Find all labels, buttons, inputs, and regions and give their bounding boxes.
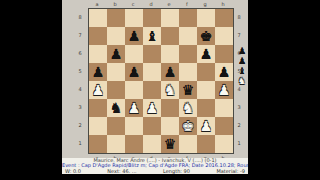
- file-label-b: b: [106, 1, 124, 7]
- file-label-h: h: [214, 1, 232, 7]
- square-c3[interactable]: ♟: [125, 99, 143, 117]
- square-d3[interactable]: ♟: [143, 99, 161, 117]
- length-value: Length: 90: [163, 169, 190, 174]
- square-f2[interactable]: ♚: [179, 117, 197, 135]
- square-b1[interactable]: [107, 135, 125, 153]
- square-g8[interactable]: [197, 9, 215, 27]
- square-e1[interactable]: ♛: [161, 135, 179, 153]
- square-h5[interactable]: ♟: [215, 63, 233, 81]
- square-c6[interactable]: [125, 45, 143, 63]
- square-g2[interactable]: ♟: [197, 117, 215, 135]
- rank-label-3: 3: [76, 104, 84, 110]
- square-g3[interactable]: [197, 99, 215, 117]
- white-knight-e4[interactable]: ♞: [161, 81, 179, 99]
- square-c5[interactable]: ♟: [125, 63, 143, 81]
- square-d7[interactable]: ♝: [143, 27, 161, 45]
- rank-label-3: 3: [235, 104, 243, 110]
- black-pawn-h5[interactable]: ♟: [215, 63, 233, 81]
- white-pawn-d3[interactable]: ♟: [143, 99, 161, 117]
- black-queen-e1[interactable]: ♛: [161, 135, 179, 153]
- material-value: Material: -9: [216, 169, 245, 174]
- square-a8[interactable]: [89, 9, 107, 27]
- square-h4[interactable]: ♟: [215, 81, 233, 99]
- tray-white-knight: ♞: [236, 76, 248, 86]
- square-a3[interactable]: [89, 99, 107, 117]
- chess-board[interactable]: ♟♝♚♟♟♟♟♟♟♟♞♛♟♞♟♟♞♚♟♛: [88, 8, 234, 154]
- rank-label-7: 7: [76, 32, 84, 38]
- square-f7[interactable]: [179, 27, 197, 45]
- square-d6[interactable]: [143, 45, 161, 63]
- square-c4[interactable]: [125, 81, 143, 99]
- square-e6[interactable]: [161, 45, 179, 63]
- square-a5[interactable]: ♟: [89, 63, 107, 81]
- square-d1[interactable]: [143, 135, 161, 153]
- black-pawn-a5[interactable]: ♟: [89, 63, 107, 81]
- square-g5[interactable]: [197, 63, 215, 81]
- next-move-value: Next: 46. ...: [107, 169, 136, 174]
- square-c7[interactable]: ♟: [125, 27, 143, 45]
- square-e3[interactable]: [161, 99, 179, 117]
- white-knight-f3[interactable]: ♞: [179, 99, 197, 117]
- rank-label-1: 1: [235, 140, 243, 146]
- black-pawn-c5[interactable]: ♟: [125, 63, 143, 81]
- square-d2[interactable]: [143, 117, 161, 135]
- square-g4[interactable]: [197, 81, 215, 99]
- square-d4[interactable]: [143, 81, 161, 99]
- square-b7[interactable]: [107, 27, 125, 45]
- square-c1[interactable]: [125, 135, 143, 153]
- game-info-panel: Maurice, Marc Andre (....) - Ivanchuk, V…: [62, 158, 248, 174]
- square-f6[interactable]: [179, 45, 197, 63]
- tray-black-bishop: ♝: [236, 66, 248, 76]
- black-king-g7[interactable]: ♚: [197, 27, 215, 45]
- black-pawn-g6[interactable]: ♟: [197, 45, 215, 63]
- square-a7[interactable]: [89, 27, 107, 45]
- square-e5[interactable]: ♟: [161, 63, 179, 81]
- rank-label-8: 8: [235, 14, 243, 20]
- square-a2[interactable]: [89, 117, 107, 135]
- black-knight-b3[interactable]: ♞: [107, 99, 125, 117]
- rank-label-2: 2: [235, 122, 243, 128]
- eval-value: W: 0.0: [65, 169, 81, 174]
- rank-labels-left: 87654321: [76, 8, 84, 154]
- square-f4[interactable]: ♛: [179, 81, 197, 99]
- white-pawn-a4[interactable]: ♟: [89, 81, 107, 99]
- file-label-d: d: [142, 1, 160, 7]
- square-e4[interactable]: ♞: [161, 81, 179, 99]
- file-label-e: e: [160, 1, 178, 7]
- square-h8[interactable]: [215, 9, 233, 27]
- file-label-a: a: [88, 1, 106, 7]
- square-b6[interactable]: ♟: [107, 45, 125, 63]
- white-pawn-h4[interactable]: ♟: [215, 81, 233, 99]
- square-g6[interactable]: ♟: [197, 45, 215, 63]
- square-e2[interactable]: [161, 117, 179, 135]
- square-f1[interactable]: [179, 135, 197, 153]
- white-pawn-c3[interactable]: ♟: [125, 99, 143, 117]
- square-c2[interactable]: [125, 117, 143, 135]
- file-label-g: g: [196, 1, 214, 7]
- captured-pieces-tray: ♟♟♝♞: [236, 46, 248, 86]
- tray-black-pawn: ♟: [236, 56, 248, 66]
- black-bishop-d7[interactable]: ♝: [143, 27, 161, 45]
- square-d5[interactable]: [143, 63, 161, 81]
- square-f8[interactable]: [179, 9, 197, 27]
- square-a4[interactable]: ♟: [89, 81, 107, 99]
- file-label-f: f: [178, 1, 196, 7]
- rank-label-2: 2: [76, 122, 84, 128]
- status-line: W: 0.0 Next: 46. ... Length: 90 Material…: [62, 169, 248, 174]
- rank-label-4: 4: [235, 86, 243, 92]
- square-h2[interactable]: [215, 117, 233, 135]
- square-g1[interactable]: [197, 135, 215, 153]
- black-queen-f4[interactable]: ♛: [179, 81, 197, 99]
- square-b8[interactable]: [107, 9, 125, 27]
- square-e8[interactable]: [161, 9, 179, 27]
- square-a1[interactable]: [89, 135, 107, 153]
- black-pawn-c7[interactable]: ♟: [125, 27, 143, 45]
- square-b3[interactable]: ♞: [107, 99, 125, 117]
- chess-app-content: abcdefgh 87654321 ♟♝♚♟♟♟♟♟♟♟♞♛♟♞♟♟♞♚♟♛ 8…: [62, 0, 248, 174]
- square-g7[interactable]: ♚: [197, 27, 215, 45]
- square-h6[interactable]: [215, 45, 233, 63]
- rank-label-1: 1: [76, 140, 84, 146]
- rank-label-6: 6: [76, 50, 84, 56]
- rank-label-5: 5: [76, 68, 84, 74]
- black-pawn-e5[interactable]: ♟: [161, 63, 179, 81]
- black-pawn-b6[interactable]: ♟: [107, 45, 125, 63]
- square-b2[interactable]: [107, 117, 125, 135]
- rank-label-8: 8: [76, 14, 84, 20]
- square-b5[interactable]: [107, 63, 125, 81]
- square-c8[interactable]: [125, 9, 143, 27]
- white-king-f2[interactable]: ♚: [179, 117, 197, 135]
- square-h7[interactable]: [215, 27, 233, 45]
- white-pawn-g2[interactable]: ♟: [197, 117, 215, 135]
- rank-label-7: 7: [235, 32, 243, 38]
- file-labels-top: abcdefgh: [88, 1, 234, 7]
- square-d8[interactable]: [143, 9, 161, 27]
- square-h3[interactable]: [215, 99, 233, 117]
- square-f3[interactable]: ♞: [179, 99, 197, 117]
- file-label-c: c: [124, 1, 142, 7]
- square-h1[interactable]: [215, 135, 233, 153]
- video-frame: abcdefgh 87654321 ♟♝♚♟♟♟♟♟♟♟♞♛♟♞♟♟♞♚♟♛ 8…: [0, 0, 320, 180]
- square-e7[interactable]: [161, 27, 179, 45]
- tray-black-pawn: ♟: [236, 46, 248, 56]
- square-b4[interactable]: [107, 81, 125, 99]
- square-f5[interactable]: [179, 63, 197, 81]
- rank-label-4: 4: [76, 86, 84, 92]
- square-a6[interactable]: [89, 45, 107, 63]
